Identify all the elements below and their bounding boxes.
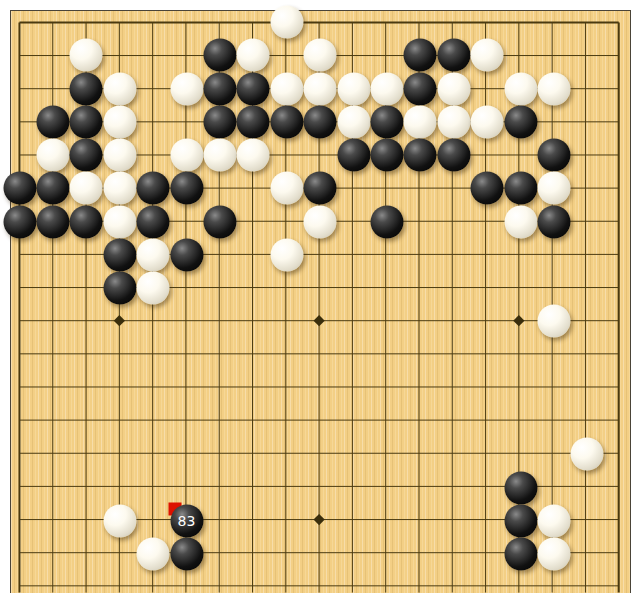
black-stone[interactable] (404, 139, 437, 172)
black-stone[interactable] (103, 238, 136, 271)
black-stone[interactable] (237, 72, 270, 105)
black-stone[interactable] (471, 172, 504, 205)
white-stone[interactable] (103, 205, 136, 238)
black-stone[interactable] (170, 538, 203, 571)
black-stone[interactable] (36, 205, 69, 238)
black-stone[interactable] (370, 105, 403, 138)
white-stone[interactable] (70, 172, 103, 205)
white-stone[interactable] (137, 538, 170, 571)
black-stone[interactable] (36, 105, 69, 138)
black-stone[interactable] (370, 139, 403, 172)
white-stone[interactable] (203, 139, 236, 172)
star-point (313, 514, 324, 525)
white-stone[interactable] (103, 172, 136, 205)
black-stone[interactable] (70, 72, 103, 105)
white-stone[interactable] (404, 105, 437, 138)
white-stone[interactable] (437, 72, 470, 105)
move-83-stone[interactable]: 83 (170, 504, 203, 537)
white-stone[interactable] (103, 504, 136, 537)
white-stone[interactable] (270, 72, 303, 105)
black-stone[interactable] (170, 172, 203, 205)
white-stone[interactable] (370, 72, 403, 105)
white-stone[interactable] (170, 72, 203, 105)
black-stone[interactable] (3, 172, 36, 205)
white-stone[interactable] (170, 139, 203, 172)
white-stone[interactable] (537, 305, 570, 338)
black-stone[interactable] (203, 205, 236, 238)
black-stone[interactable] (70, 205, 103, 238)
white-stone[interactable] (237, 39, 270, 72)
black-stone[interactable] (537, 205, 570, 238)
black-stone[interactable] (3, 205, 36, 238)
white-stone[interactable] (103, 72, 136, 105)
black-stone[interactable] (304, 105, 337, 138)
black-stone[interactable] (237, 105, 270, 138)
white-stone[interactable] (337, 72, 370, 105)
black-stone[interactable] (203, 39, 236, 72)
black-stone[interactable] (504, 172, 537, 205)
white-stone[interactable] (471, 105, 504, 138)
black-stone[interactable] (370, 205, 403, 238)
move-number-label: 83 (178, 514, 196, 528)
star-point (313, 315, 324, 326)
black-stone[interactable] (537, 139, 570, 172)
white-stone[interactable] (437, 105, 470, 138)
white-stone[interactable] (304, 72, 337, 105)
white-stone[interactable] (270, 6, 303, 39)
black-stone[interactable] (337, 139, 370, 172)
black-stone[interactable] (437, 139, 470, 172)
white-stone[interactable] (537, 72, 570, 105)
black-stone[interactable] (404, 39, 437, 72)
white-stone[interactable] (504, 205, 537, 238)
white-stone[interactable] (36, 139, 69, 172)
white-stone[interactable] (70, 39, 103, 72)
black-stone[interactable] (137, 205, 170, 238)
white-stone[interactable] (304, 39, 337, 72)
black-stone[interactable] (203, 105, 236, 138)
go-diagram-page: 83 (0, 0, 640, 603)
white-stone[interactable] (504, 72, 537, 105)
white-stone[interactable] (137, 238, 170, 271)
white-stone[interactable] (103, 105, 136, 138)
star-point (513, 315, 524, 326)
black-stone[interactable] (103, 272, 136, 305)
white-stone[interactable] (571, 438, 604, 471)
black-stone[interactable] (137, 172, 170, 205)
black-stone[interactable] (70, 105, 103, 138)
black-stone[interactable] (437, 39, 470, 72)
black-stone[interactable] (36, 172, 69, 205)
white-stone[interactable] (537, 504, 570, 537)
star-point (114, 315, 125, 326)
black-stone[interactable] (170, 238, 203, 271)
white-stone[interactable] (237, 139, 270, 172)
white-stone[interactable] (471, 39, 504, 72)
white-stone[interactable] (304, 205, 337, 238)
black-stone[interactable] (504, 504, 537, 537)
white-stone[interactable] (270, 172, 303, 205)
white-stone[interactable] (137, 272, 170, 305)
white-stone[interactable] (337, 105, 370, 138)
black-stone[interactable] (270, 105, 303, 138)
white-stone[interactable] (537, 538, 570, 571)
black-stone[interactable] (304, 172, 337, 205)
black-stone[interactable] (203, 72, 236, 105)
white-stone[interactable] (103, 139, 136, 172)
black-stone[interactable] (70, 139, 103, 172)
goban[interactable]: 83 (10, 10, 631, 593)
black-stone[interactable] (404, 72, 437, 105)
black-stone[interactable] (504, 471, 537, 504)
black-stone[interactable] (504, 105, 537, 138)
white-stone[interactable] (270, 238, 303, 271)
white-stone[interactable] (537, 172, 570, 205)
black-stone[interactable] (504, 538, 537, 571)
